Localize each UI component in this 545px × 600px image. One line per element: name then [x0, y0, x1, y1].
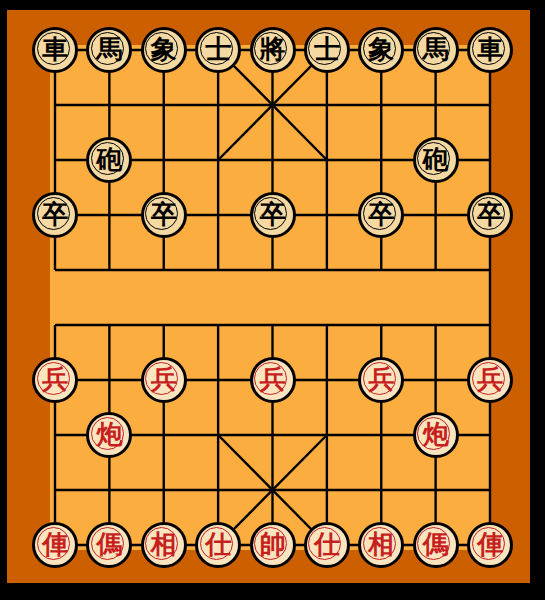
piece-character: 兵 — [151, 367, 177, 393]
piece-character: 卒 — [151, 202, 177, 228]
piece-character: 兵 — [42, 367, 68, 393]
piece-black-soldier[interactable]: 卒 — [32, 192, 78, 238]
piece-red-elephant[interactable]: 相 — [141, 522, 187, 568]
piece-red-elephant[interactable]: 相 — [358, 522, 404, 568]
piece-black-soldier[interactable]: 卒 — [250, 192, 296, 238]
piece-character: 砲 — [423, 147, 449, 173]
piece-character: 象 — [368, 37, 394, 63]
piece-character: 卒 — [42, 202, 68, 228]
piece-character: 馬 — [423, 37, 449, 63]
piece-black-soldier[interactable]: 卒 — [467, 192, 513, 238]
piece-black-advisor[interactable]: 士 — [195, 27, 241, 73]
piece-character: 兵 — [477, 367, 503, 393]
piece-character: 將 — [260, 37, 286, 63]
piece-black-chariot[interactable]: 車 — [467, 27, 513, 73]
piece-black-soldier[interactable]: 卒 — [141, 192, 187, 238]
piece-red-chariot[interactable]: 俥 — [467, 522, 513, 568]
board-frame: 車馬象士將士象馬車砲砲卒卒卒卒卒兵兵兵兵兵炮炮俥傌相仕帥仕相傌俥 — [0, 0, 545, 600]
piece-character: 卒 — [368, 202, 394, 228]
piece-black-soldier[interactable]: 卒 — [358, 192, 404, 238]
piece-red-advisor[interactable]: 仕 — [195, 522, 241, 568]
piece-character: 砲 — [96, 147, 122, 173]
piece-character: 卒 — [477, 202, 503, 228]
piece-character: 仕 — [205, 532, 231, 558]
piece-character: 車 — [42, 37, 68, 63]
piece-red-chariot[interactable]: 俥 — [32, 522, 78, 568]
piece-red-soldier[interactable]: 兵 — [141, 357, 187, 403]
piece-red-soldier[interactable]: 兵 — [250, 357, 296, 403]
piece-character: 傌 — [96, 532, 122, 558]
piece-black-general[interactable]: 將 — [250, 27, 296, 73]
piece-character: 俥 — [477, 532, 503, 558]
piece-character: 車 — [477, 37, 503, 63]
piece-red-soldier[interactable]: 兵 — [467, 357, 513, 403]
piece-character: 傌 — [423, 532, 449, 558]
piece-black-advisor[interactable]: 士 — [304, 27, 350, 73]
piece-red-general[interactable]: 帥 — [250, 522, 296, 568]
piece-character: 士 — [205, 37, 231, 63]
piece-red-soldier[interactable]: 兵 — [32, 357, 78, 403]
piece-character: 俥 — [42, 532, 68, 558]
piece-red-horse[interactable]: 傌 — [413, 522, 459, 568]
xiangqi-board[interactable] — [50, 45, 491, 550]
piece-black-cannon[interactable]: 砲 — [413, 137, 459, 183]
piece-character: 士 — [314, 37, 340, 63]
piece-character: 兵 — [260, 367, 286, 393]
piece-black-elephant[interactable]: 象 — [358, 27, 404, 73]
piece-character: 卒 — [260, 202, 286, 228]
piece-character: 炮 — [96, 422, 122, 448]
piece-character: 相 — [151, 532, 177, 558]
piece-character: 炮 — [423, 422, 449, 448]
piece-red-soldier[interactable]: 兵 — [358, 357, 404, 403]
piece-character: 仕 — [314, 532, 340, 558]
piece-character: 相 — [368, 532, 394, 558]
piece-black-elephant[interactable]: 象 — [141, 27, 187, 73]
piece-character: 象 — [151, 37, 177, 63]
piece-character: 兵 — [368, 367, 394, 393]
piece-character: 馬 — [96, 37, 122, 63]
piece-black-chariot[interactable]: 車 — [32, 27, 78, 73]
piece-red-cannon[interactable]: 炮 — [413, 412, 459, 458]
piece-red-advisor[interactable]: 仕 — [304, 522, 350, 568]
piece-character: 帥 — [260, 532, 286, 558]
piece-black-horse[interactable]: 馬 — [413, 27, 459, 73]
